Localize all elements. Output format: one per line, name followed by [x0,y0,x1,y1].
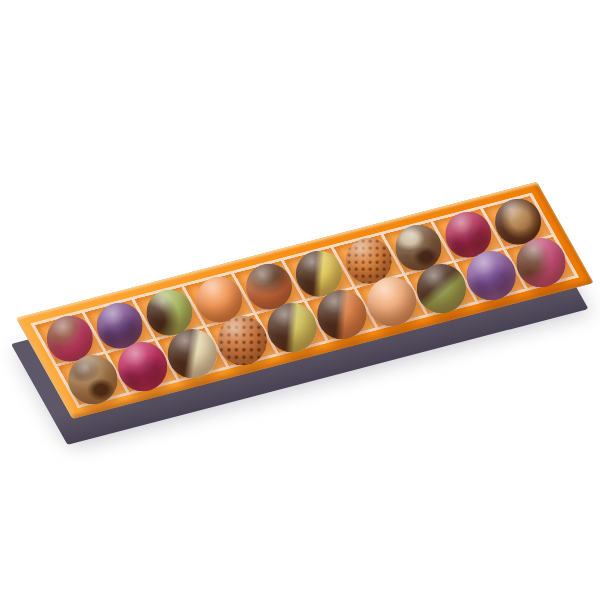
bonbon-front-5-cocoa-lime-split [267,303,316,352]
bonbon-front-9-violet [466,251,515,300]
bonbon-back-4-orange [196,276,242,322]
bonbon-back-7-cinnamon-speckled [345,237,391,283]
bonbon-back-6-cocoa-yellow-split [295,250,341,296]
bonbon-front-8-dark-top-green [416,264,465,313]
bonbon-back-9-raspberry [445,211,491,257]
bonbon-front-6-cocoa-orange-split [317,290,366,339]
bonbon-back-1-pink-cocoa-patch [46,315,92,361]
chocolate-tray-scene [0,0,600,600]
bonbon-back-3-green-dark-edge [146,289,192,335]
bonbon-back-5-terracotta-dark-cap [245,263,291,309]
bonbon-front-10-pink-cocoa-swirl [516,238,565,287]
bonbon-front-3-cocoa-ivory-split [167,329,216,378]
bonbon-back-8-cocoa-dusted-marble [395,224,441,270]
bonbon-back-2-purple [96,302,142,348]
bonbon-back-10-mahogany-tan-patch [494,198,540,244]
bonbon-front-2-crimson-berry [117,342,166,391]
bonbon-front-1-mottled-caramel [68,355,117,404]
bonbon-front-4-cinnamon-speckled [217,316,266,365]
bonbon-front-7-peach [366,277,415,326]
